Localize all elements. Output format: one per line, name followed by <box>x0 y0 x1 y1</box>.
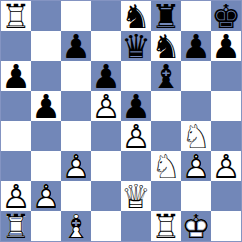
square-c4[interactable] <box>61 121 91 151</box>
white-king-fill: ♚ <box>181 211 211 241</box>
square-f4[interactable] <box>151 121 181 151</box>
white-pawn-piece[interactable]: ♙ <box>61 151 91 181</box>
chess-board-container: ♜♖♞♜♚♟♛♞♟♟♟♟♝♟♟♙♟♟♙♞♘♟♙♞♘♟♙♟♙♟♙♟♙♛♕♜♖♝♗♜… <box>0 0 242 242</box>
white-rook-fill: ♜ <box>151 211 181 241</box>
square-c3[interactable]: ♟♙ <box>61 151 91 181</box>
square-h4[interactable] <box>211 121 241 151</box>
white-pawn-fill: ♟ <box>91 91 121 121</box>
square-h7[interactable]: ♟ <box>211 31 241 61</box>
square-a2[interactable]: ♟♙ <box>1 181 31 211</box>
square-h8[interactable]: ♚ <box>211 1 241 31</box>
white-knight-piece[interactable]: ♘ <box>181 121 211 151</box>
white-pawn-piece[interactable]: ♙ <box>91 91 121 121</box>
white-rook-piece[interactable]: ♖ <box>151 211 181 241</box>
white-bishop-piece[interactable]: ♗ <box>61 211 91 241</box>
black-knight-piece[interactable]: ♞ <box>151 31 181 61</box>
black-pawn-piece[interactable]: ♟ <box>181 31 211 61</box>
square-h6[interactable] <box>211 61 241 91</box>
square-c7[interactable]: ♟ <box>61 31 91 61</box>
square-g5[interactable] <box>181 91 211 121</box>
square-f7[interactable]: ♞ <box>151 31 181 61</box>
square-e5[interactable]: ♟ <box>121 91 151 121</box>
square-b5[interactable]: ♟ <box>31 91 61 121</box>
square-b1[interactable] <box>31 211 61 241</box>
square-e8[interactable]: ♞ <box>121 1 151 31</box>
square-d6[interactable]: ♟ <box>91 61 121 91</box>
white-queen-fill: ♛ <box>121 181 151 211</box>
square-d1[interactable] <box>91 211 121 241</box>
chess-board: ♜♖♞♜♚♟♛♞♟♟♟♟♝♟♟♙♟♟♙♞♘♟♙♞♘♟♙♟♙♟♙♟♙♛♕♜♖♝♗♜… <box>0 0 242 242</box>
square-g4[interactable]: ♞♘ <box>181 121 211 151</box>
black-knight-piece[interactable]: ♞ <box>121 1 151 31</box>
white-pawn-piece[interactable]: ♙ <box>31 181 61 211</box>
square-g1[interactable]: ♚♔ <box>181 211 211 241</box>
white-pawn-fill: ♟ <box>181 151 211 181</box>
white-pawn-fill: ♟ <box>211 151 241 181</box>
square-a7[interactable] <box>1 31 31 61</box>
black-queen-piece[interactable]: ♛ <box>121 31 151 61</box>
white-pawn-fill: ♟ <box>121 121 151 151</box>
black-bishop-piece[interactable]: ♝ <box>151 61 181 91</box>
black-king-piece[interactable]: ♚ <box>211 1 241 31</box>
square-d3[interactable] <box>91 151 121 181</box>
black-pawn-piece[interactable]: ♟ <box>91 61 121 91</box>
white-pawn-fill: ♟ <box>31 181 61 211</box>
white-king-piece[interactable]: ♔ <box>181 211 211 241</box>
square-b4[interactable] <box>31 121 61 151</box>
square-f5[interactable] <box>151 91 181 121</box>
square-f8[interactable]: ♜ <box>151 1 181 31</box>
black-pawn-piece[interactable]: ♟ <box>31 91 61 121</box>
square-d2[interactable] <box>91 181 121 211</box>
square-g3[interactable]: ♟♙ <box>181 151 211 181</box>
square-a4[interactable] <box>1 121 31 151</box>
white-knight-piece[interactable]: ♘ <box>151 151 181 181</box>
white-queen-piece[interactable]: ♕ <box>121 181 151 211</box>
black-pawn-piece[interactable]: ♟ <box>211 31 241 61</box>
square-d8[interactable] <box>91 1 121 31</box>
square-h1[interactable] <box>211 211 241 241</box>
white-pawn-piece[interactable]: ♙ <box>211 151 241 181</box>
black-pawn-piece[interactable]: ♟ <box>121 91 151 121</box>
black-rook-piece[interactable]: ♜ <box>151 1 181 31</box>
white-rook-piece[interactable]: ♖ <box>1 1 31 31</box>
white-pawn-fill: ♟ <box>61 151 91 181</box>
square-e7[interactable]: ♛ <box>121 31 151 61</box>
square-e6[interactable] <box>121 61 151 91</box>
white-knight-fill: ♞ <box>181 121 211 151</box>
square-b8[interactable] <box>31 1 61 31</box>
square-d4[interactable] <box>91 121 121 151</box>
square-h3[interactable]: ♟♙ <box>211 151 241 181</box>
square-g6[interactable] <box>181 61 211 91</box>
square-a5[interactable] <box>1 91 31 121</box>
black-pawn-piece[interactable]: ♟ <box>61 31 91 61</box>
square-c8[interactable] <box>61 1 91 31</box>
square-c6[interactable] <box>61 61 91 91</box>
square-f3[interactable]: ♞♘ <box>151 151 181 181</box>
square-a3[interactable] <box>1 151 31 181</box>
square-c2[interactable] <box>61 181 91 211</box>
square-e2[interactable]: ♛♕ <box>121 181 151 211</box>
square-g2[interactable] <box>181 181 211 211</box>
white-bishop-fill: ♝ <box>61 211 91 241</box>
square-g7[interactable]: ♟ <box>181 31 211 61</box>
square-f1[interactable]: ♜♖ <box>151 211 181 241</box>
square-a6[interactable]: ♟ <box>1 61 31 91</box>
black-pawn-piece[interactable]: ♟ <box>1 61 31 91</box>
white-pawn-piece[interactable]: ♙ <box>181 151 211 181</box>
square-c1[interactable]: ♝♗ <box>61 211 91 241</box>
white-pawn-piece[interactable]: ♙ <box>1 181 31 211</box>
square-h5[interactable] <box>211 91 241 121</box>
white-rook-piece[interactable]: ♖ <box>1 211 31 241</box>
white-pawn-piece[interactable]: ♙ <box>121 121 151 151</box>
white-pawn-fill: ♟ <box>1 181 31 211</box>
square-b7[interactable] <box>31 31 61 61</box>
square-e4[interactable]: ♟♙ <box>121 121 151 151</box>
square-c5[interactable] <box>61 91 91 121</box>
white-rook-fill: ♜ <box>1 1 31 31</box>
square-f6[interactable]: ♝ <box>151 61 181 91</box>
square-e3[interactable] <box>121 151 151 181</box>
white-knight-fill: ♞ <box>151 151 181 181</box>
square-d7[interactable] <box>91 31 121 61</box>
square-b3[interactable] <box>31 151 61 181</box>
square-b2[interactable]: ♟♙ <box>31 181 61 211</box>
white-rook-fill: ♜ <box>1 211 31 241</box>
square-g8[interactable] <box>181 1 211 31</box>
square-f2[interactable] <box>151 181 181 211</box>
square-d5[interactable]: ♟♙ <box>91 91 121 121</box>
square-a8[interactable]: ♜♖ <box>1 1 31 31</box>
square-e1[interactable] <box>121 211 151 241</box>
square-b6[interactable] <box>31 61 61 91</box>
square-a1[interactable]: ♜♖ <box>1 211 31 241</box>
square-h2[interactable] <box>211 181 241 211</box>
